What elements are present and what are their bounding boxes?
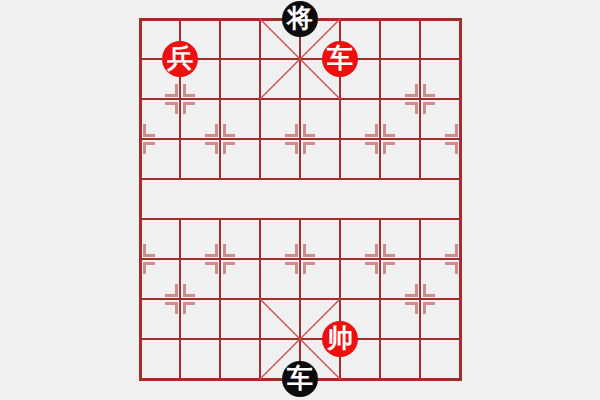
board-point-f3r3 <box>200 79 240 119</box>
xiangqi-board: 将 兵 车 帅 车 <box>120 0 480 399</box>
board-point-f7r5 <box>360 159 400 199</box>
board-point-f7r8 <box>360 279 400 319</box>
board-point-f3r1 <box>200 0 240 39</box>
black-general-glyph: 将 <box>287 5 313 31</box>
board-point-f4r2 <box>240 39 280 79</box>
board-point-f2r6 <box>160 199 200 239</box>
board-point-f4r3 <box>240 79 280 119</box>
red-soldier-piece[interactable]: 兵 <box>162 41 198 77</box>
board-point-f3r5 <box>200 159 240 199</box>
board-point-f6r3 <box>320 79 360 119</box>
board-point-f3r6 <box>200 199 240 239</box>
board-point-f2r8 <box>160 279 200 319</box>
board-point-f5r2 <box>280 39 320 79</box>
black-chariot-piece[interactable]: 车 <box>282 361 318 397</box>
board-point-f4r5 <box>240 159 280 199</box>
xiangqi-diagram: 将 兵 车 帅 车 <box>0 0 600 400</box>
board-point-f7r2 <box>360 39 400 79</box>
red-soldier-glyph: 兵 <box>167 45 193 71</box>
board-point-f3r10 <box>200 359 240 399</box>
red-chariot-piece[interactable]: 车 <box>322 41 358 77</box>
board-point-f9r4 <box>440 119 480 159</box>
board-point-f9r1 <box>440 0 480 39</box>
board-point-f6r1 <box>320 0 360 39</box>
board-point-f2r3 <box>160 79 200 119</box>
board-point-f5r4 <box>280 119 320 159</box>
board-point-f1r1 <box>120 0 160 39</box>
board-point-f6r7 <box>320 239 360 279</box>
board-point-f5r6 <box>280 199 320 239</box>
board-point-f1r10 <box>120 359 160 399</box>
board-point-f2r4 <box>160 119 200 159</box>
board-point-f4r9 <box>240 319 280 359</box>
board-point-f9r6 <box>440 199 480 239</box>
board-point-f7r3 <box>360 79 400 119</box>
board-point-f7r6 <box>360 199 400 239</box>
board-point-f8r6 <box>400 199 440 239</box>
board-point-f8r10 <box>400 359 440 399</box>
board-point-f7r1 <box>360 0 400 39</box>
board-point-f5r9 <box>280 319 320 359</box>
board-point-f9r8 <box>440 279 480 319</box>
board-point-f4r1 <box>240 0 280 39</box>
board-point-f4r7 <box>240 239 280 279</box>
board-point-f9r10 <box>440 359 480 399</box>
board-point-f2r1 <box>160 0 200 39</box>
board-point-f2r10 <box>160 359 200 399</box>
board-point-f4r10 <box>240 359 280 399</box>
board-point-f9r7 <box>440 239 480 279</box>
board-point-f9r5 <box>440 159 480 199</box>
board-point-f5r3 <box>280 79 320 119</box>
board-point-f1r3 <box>120 79 160 119</box>
board-point-f5r5 <box>280 159 320 199</box>
board-point-f1r8 <box>120 279 160 319</box>
board-point-f1r2 <box>120 39 160 79</box>
black-chariot-glyph: 车 <box>287 365 313 391</box>
board-point-f1r7 <box>120 239 160 279</box>
board-point-f1r6 <box>120 199 160 239</box>
board-point-f8r9 <box>400 319 440 359</box>
board-point-f3r2 <box>200 39 240 79</box>
board-point-f7r10 <box>360 359 400 399</box>
board-point-f8r2 <box>400 39 440 79</box>
board-point-f8r5 <box>400 159 440 199</box>
board-point-f6r4 <box>320 119 360 159</box>
board-point-f9r3 <box>440 79 480 119</box>
board-point-f6r5 <box>320 159 360 199</box>
board-point-f8r1 <box>400 0 440 39</box>
board-point-f4r4 <box>240 119 280 159</box>
board-point-f2r5 <box>160 159 200 199</box>
board-point-f7r9 <box>360 319 400 359</box>
board-point-f3r7 <box>200 239 240 279</box>
board-point-f3r9 <box>200 319 240 359</box>
board-point-f4r8 <box>240 279 280 319</box>
board-point-f7r7 <box>360 239 400 279</box>
board-point-f1r9 <box>120 319 160 359</box>
board-point-f8r8 <box>400 279 440 319</box>
board-point-f6r8 <box>320 279 360 319</box>
red-general-piece[interactable]: 帅 <box>322 321 358 357</box>
board-point-f5r8 <box>280 279 320 319</box>
red-chariot-glyph: 车 <box>327 45 353 71</box>
board-point-f1r5 <box>120 159 160 199</box>
black-general-piece[interactable]: 将 <box>282 1 318 37</box>
board-point-f6r10 <box>320 359 360 399</box>
board-point-f5r7 <box>280 239 320 279</box>
board-point-f8r7 <box>400 239 440 279</box>
board-point-f2r7 <box>160 239 200 279</box>
board-point-f7r4 <box>360 119 400 159</box>
board-point-f9r9 <box>440 319 480 359</box>
board-point-f9r2 <box>440 39 480 79</box>
board-point-f3r4 <box>200 119 240 159</box>
board-point-f6r6 <box>320 199 360 239</box>
board-point-f2r9 <box>160 319 200 359</box>
board-point-f4r6 <box>240 199 280 239</box>
board-point-f1r4 <box>120 119 160 159</box>
red-general-glyph: 帅 <box>327 325 353 351</box>
board-point-f8r3 <box>400 79 440 119</box>
board-point-f8r4 <box>400 119 440 159</box>
board-point-f3r8 <box>200 279 240 319</box>
